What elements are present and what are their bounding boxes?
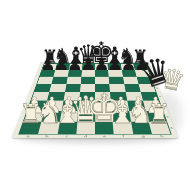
square-c2[interactable] [59, 111, 78, 122]
square-d5[interactable] [80, 84, 95, 92]
square-e4[interactable] [95, 92, 111, 101]
rank-label-5: 5 [154, 85, 159, 91]
square-b6[interactable] [52, 76, 68, 83]
file-label-f: f [115, 134, 132, 138]
file-label-b: b [39, 134, 56, 138]
square-b3[interactable] [45, 101, 64, 111]
file-label-a: a [20, 134, 37, 138]
square-f2[interactable] [112, 111, 131, 122]
square-c1[interactable] [57, 122, 77, 134]
square-b2[interactable] [42, 111, 62, 122]
square-e6[interactable] [95, 76, 109, 83]
board-squares [19, 64, 170, 134]
square-b7[interactable] [54, 70, 69, 77]
file-label-g: g [134, 134, 151, 138]
file-label-c: c [58, 134, 75, 138]
file-coordinate-labels: abcdefgh [18, 133, 172, 137]
rank-label-7: 7 [149, 70, 154, 75]
square-d2[interactable] [77, 111, 95, 122]
square-e3[interactable] [95, 101, 112, 111]
scene: abcdefgh 87654321 ♜♞♝♛♚♝♞♜♟♟♟♟♟♟♟♟♟♟♟♟♟♟… [0, 0, 190, 190]
square-c6[interactable] [66, 76, 81, 83]
square-d4[interactable] [79, 92, 95, 101]
file-label-h: h [153, 134, 170, 138]
square-e7[interactable] [95, 70, 109, 77]
file-label-d: d [77, 134, 93, 138]
chess-board-mat: abcdefgh 87654321 [12, 62, 178, 138]
extra-white-queen[interactable]: ♛ [158, 64, 188, 96]
square-e1[interactable] [95, 122, 114, 134]
square-e2[interactable] [95, 111, 113, 122]
square-d7[interactable] [81, 70, 95, 77]
square-f6[interactable] [109, 76, 124, 83]
square-f1[interactable] [113, 122, 133, 134]
square-b1[interactable] [38, 122, 59, 134]
square-b4[interactable] [47, 92, 65, 101]
square-c7[interactable] [67, 70, 81, 77]
square-d3[interactable] [78, 101, 95, 111]
square-b5[interactable] [50, 84, 67, 92]
square-f4[interactable] [110, 92, 127, 101]
rank-label-6: 6 [151, 77, 156, 83]
file-label-e: e [96, 134, 112, 138]
square-d1[interactable] [76, 122, 95, 134]
square-c4[interactable] [63, 92, 80, 101]
square-d6[interactable] [81, 76, 95, 83]
square-f7[interactable] [108, 70, 122, 77]
square-f5[interactable] [109, 84, 125, 92]
square-c3[interactable] [61, 101, 79, 111]
rank-label-8: 8 [146, 64, 150, 69]
square-e5[interactable] [95, 84, 110, 92]
square-f3[interactable] [111, 101, 129, 111]
square-c5[interactable] [65, 84, 81, 92]
